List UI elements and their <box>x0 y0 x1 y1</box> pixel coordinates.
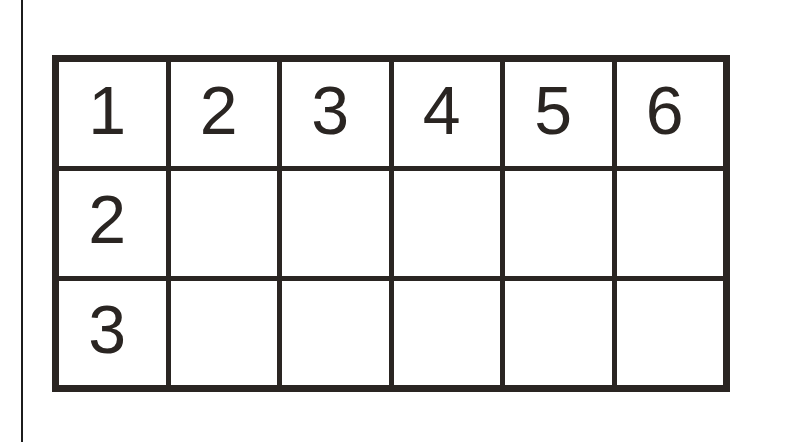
grid-cell-r1c2[interactable]: 2 <box>171 62 278 166</box>
grid-cell-r2c3[interactable] <box>282 171 389 275</box>
page-edge-line <box>21 0 23 442</box>
grid-cell-r2c1[interactable]: 2 <box>59 171 166 275</box>
grid-cell-r1c4[interactable]: 4 <box>394 62 501 166</box>
grid-cell-r2c5[interactable] <box>505 171 612 275</box>
grid-cell-r3c2[interactable] <box>171 281 278 385</box>
grid-cell-r3c3[interactable] <box>282 281 389 385</box>
grid-cell-r1c1[interactable]: 1 <box>59 62 166 166</box>
drawing-canvas: 1 2 3 4 5 6 2 3 <box>0 0 810 442</box>
grid-cell-r3c1[interactable]: 3 <box>59 281 166 385</box>
grid-cell-r3c4[interactable] <box>394 281 501 385</box>
grid-cell-r2c6[interactable] <box>617 171 724 275</box>
grid-cell-r1c6[interactable]: 6 <box>617 62 724 166</box>
puzzle-grid: 1 2 3 4 5 6 2 3 <box>52 55 730 392</box>
grid-cell-r3c5[interactable] <box>505 281 612 385</box>
grid-cell-r2c4[interactable] <box>394 171 501 275</box>
grid-cell-r1c5[interactable]: 5 <box>505 62 612 166</box>
grid-cell-r3c6[interactable] <box>617 281 724 385</box>
grid-cell-r2c2[interactable] <box>171 171 278 275</box>
grid-cell-r1c3[interactable]: 3 <box>282 62 389 166</box>
